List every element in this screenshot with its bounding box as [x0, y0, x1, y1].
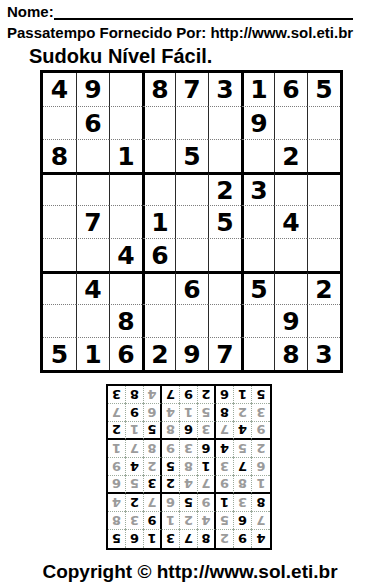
solution-cell-r1c5: 7: [180, 530, 198, 548]
puzzle-cell-r5c3[interactable]: [109, 205, 142, 238]
puzzle-cell-r7c5: 6: [175, 271, 208, 304]
puzzle-cell-r1c6: 3: [208, 73, 241, 106]
puzzle-cell-r5c4: 1: [142, 205, 175, 238]
solution-cell-r1c6: 3: [162, 530, 180, 548]
solution-cell-r7c2: 4: [234, 422, 252, 440]
solution-cell-r5c9: 9: [108, 458, 126, 476]
puzzle-cell-r2c9[interactable]: [307, 106, 340, 139]
puzzle-cell-r8c2[interactable]: [76, 304, 109, 337]
solution-cell-r3c3: 1: [216, 494, 234, 512]
solution-cell-r1c7: 1: [144, 530, 162, 548]
solution-cell-r7c3: 7: [216, 422, 234, 440]
solution-cell-r4c7: 3: [144, 476, 162, 494]
solution-cell-r6c9: 1: [108, 440, 126, 458]
puzzle-cell-r8c3: 8: [109, 304, 142, 337]
solution-cell-r1c9: 5: [108, 530, 126, 548]
provided-by-text: Passatempo Fornecido Por: http://www.sol…: [7, 24, 353, 42]
puzzle-cell-r3c8: 2: [274, 139, 307, 172]
puzzle-cell-r3c3: 1: [109, 139, 142, 172]
puzzle-cell-r6c4: 6: [142, 238, 175, 271]
solution-cell-r9c9: 3: [108, 386, 126, 404]
puzzle-cell-r6c6[interactable]: [208, 238, 241, 271]
puzzle-cell-r9c2: 1: [76, 337, 109, 370]
puzzle-cell-r4c3[interactable]: [109, 172, 142, 205]
solution-cell-r2c8: 3: [126, 512, 144, 530]
solution-cell-r4c6: 2: [162, 476, 180, 494]
solution-cell-r1c1: 4: [252, 530, 270, 548]
solution-cell-r7c7: 5: [144, 422, 162, 440]
puzzle-cell-r1c4: 8: [142, 73, 175, 106]
solution-cell-r1c4: 8: [198, 530, 216, 548]
solution-cell-r1c3: 2: [216, 530, 234, 548]
puzzle-cell-r4c5[interactable]: [175, 172, 208, 205]
puzzle-cell-r9c8: 8: [274, 337, 307, 370]
solution-cell-r4c3: 9: [216, 476, 234, 494]
solution-cell-r3c7: 7: [144, 494, 162, 512]
solution-cell-r6c3: 4: [216, 440, 234, 458]
solution-cell-r5c6: 5: [162, 458, 180, 476]
solution-cell-r2c2: 6: [234, 512, 252, 530]
puzzle-cell-r5c9[interactable]: [307, 205, 340, 238]
puzzle-cell-r2c3[interactable]: [109, 106, 142, 139]
solution-cell-r8c3: 8: [216, 404, 234, 422]
puzzle-cell-r2c1[interactable]: [43, 106, 76, 139]
solution-cell-r4c5: 4: [180, 476, 198, 494]
puzzle-cell-r8c7[interactable]: [241, 304, 274, 337]
solution-cell-r2c3: 5: [216, 512, 234, 530]
puzzle-cell-r2c2: 6: [76, 106, 109, 139]
puzzle-cell-r5c7[interactable]: [241, 205, 274, 238]
puzzle-cell-r7c9: 2: [307, 271, 340, 304]
puzzle-cell-r3c7[interactable]: [241, 139, 274, 172]
solution-cell-r6c2: 5: [234, 440, 252, 458]
puzzle-cell-r7c4[interactable]: [142, 271, 175, 304]
puzzle-cell-r8c1[interactable]: [43, 304, 76, 337]
solution-cell-r5c4: 1: [198, 458, 216, 476]
solution-cell-r5c8: 4: [126, 458, 144, 476]
copyright-text: Copyright © http://www.sol.eti.br: [0, 561, 380, 583]
solution-cell-r3c1: 8: [252, 494, 270, 512]
puzzle-cell-r3c9[interactable]: [307, 139, 340, 172]
puzzle-cell-r6c8[interactable]: [274, 238, 307, 271]
solution-cell-r3c5: 5: [180, 494, 198, 512]
puzzle-cell-r4c4[interactable]: [142, 172, 175, 205]
puzzle-cell-r1c3[interactable]: [109, 73, 142, 106]
solution-cell-r6c6: 9: [162, 440, 180, 458]
solution-cell-r8c4: 5: [198, 404, 216, 422]
puzzle-cell-r3c2[interactable]: [76, 139, 109, 172]
puzzle-cell-r5c5[interactable]: [175, 205, 208, 238]
puzzle-cell-r6c9[interactable]: [307, 238, 340, 271]
puzzle-cell-r6c3: 4: [109, 238, 142, 271]
puzzle-cell-r2c6[interactable]: [208, 106, 241, 139]
solution-cell-r9c2: 1: [234, 386, 252, 404]
solution-cell-r3c8: 2: [126, 494, 144, 512]
name-blank-line[interactable]: [54, 3, 353, 20]
puzzle-cell-r7c8[interactable]: [274, 271, 307, 304]
solution-cell-r8c2: 2: [234, 404, 252, 422]
solution-cell-r5c7: 2: [144, 458, 162, 476]
puzzle-cell-r4c1[interactable]: [43, 172, 76, 205]
puzzle-cell-r5c2: 7: [76, 205, 109, 238]
solution-cell-r4c2: 8: [234, 476, 252, 494]
puzzle-cell-r2c8[interactable]: [274, 106, 307, 139]
puzzle-cell-r3c1: 8: [43, 139, 76, 172]
solution-cell-r6c7: 8: [144, 440, 162, 458]
puzzle-cell-r2c7: 9: [241, 106, 274, 139]
solution-cell-r6c5: 3: [180, 440, 198, 458]
puzzle-cell-r1c5: 7: [175, 73, 208, 106]
puzzle-cell-r7c1[interactable]: [43, 271, 76, 304]
solution-cell-r1c2: 9: [234, 530, 252, 548]
puzzle-cell-r9c7[interactable]: [241, 337, 274, 370]
solution-cell-r5c5: 8: [180, 458, 198, 476]
puzzle-cell-r9c5: 9: [175, 337, 208, 370]
solution-cell-r1c8: 6: [126, 530, 144, 548]
solution-cell-r4c1: 1: [252, 476, 270, 494]
puzzle-cell-r8c4[interactable]: [142, 304, 175, 337]
solution-cell-r4c4: 7: [198, 476, 216, 494]
puzzle-cell-r4c7: 3: [241, 172, 274, 205]
solution-cell-r7c6: 8: [162, 422, 180, 440]
puzzle-cell-r5c6: 5: [208, 205, 241, 238]
solution-cell-r7c1: 9: [252, 422, 270, 440]
puzzle-cell-r8c5[interactable]: [175, 304, 208, 337]
puzzle-cell-r4c9[interactable]: [307, 172, 340, 205]
worksheet-page: Nome: Passatempo Fornecido Por: http://w…: [0, 0, 380, 585]
solution-cell-r2c1: 7: [252, 512, 270, 530]
puzzle-cell-r6c7[interactable]: [241, 238, 274, 271]
solution-cell-r4c9: 6: [108, 476, 126, 494]
puzzle-cell-r9c9: 3: [307, 337, 340, 370]
solution-cell-r5c3: 3: [216, 458, 234, 476]
puzzle-cell-r9c4: 2: [142, 337, 175, 370]
puzzle-cell-r1c2: 9: [76, 73, 109, 106]
solution-cell-r2c6: 1: [162, 512, 180, 530]
solution-cell-r2c9: 8: [108, 512, 126, 530]
puzzle-cell-r9c1: 5: [43, 337, 76, 370]
puzzle-cell-r6c2[interactable]: [76, 238, 109, 271]
puzzle-cell-r9c3: 6: [109, 337, 142, 370]
puzzle-cell-r8c8: 9: [274, 304, 307, 337]
puzzle-cell-r7c7: 5: [241, 271, 274, 304]
puzzle-cell-r7c6[interactable]: [208, 271, 241, 304]
puzzle-cell-r3c4[interactable]: [142, 139, 175, 172]
solution-cell-r3c9: 4: [108, 494, 126, 512]
solution-cell-r2c7: 9: [144, 512, 162, 530]
puzzle-cell-r6c5[interactable]: [175, 238, 208, 271]
solution-cell-r6c4: 6: [198, 440, 216, 458]
solution-cell-r8c7: 6: [144, 404, 162, 422]
name-row: Nome:: [7, 3, 353, 21]
puzzle-cell-r9c6: 7: [208, 337, 241, 370]
page-header: Nome: Passatempo Fornecido Por: http://w…: [0, 0, 380, 67]
puzzle-cell-r4c8[interactable]: [274, 172, 307, 205]
solution-cell-r3c4: 9: [198, 494, 216, 512]
puzzle-cell-r1c1: 4: [43, 73, 76, 106]
puzzle-cell-r2c4[interactable]: [142, 106, 175, 139]
solution-cell-r6c1: 2: [252, 440, 270, 458]
puzzle-cell-r3c5: 5: [175, 139, 208, 172]
puzzle-cell-r1c8: 6: [274, 73, 307, 106]
solution-cell-r9c4: 2: [198, 386, 216, 404]
puzzle-cell-r6c1[interactable]: [43, 238, 76, 271]
puzzle-cell-r5c1[interactable]: [43, 205, 76, 238]
solution-cell-r2c5: 2: [180, 512, 198, 530]
solution-cell-r8c8: 9: [126, 404, 144, 422]
puzzle-cell-r4c6: 2: [208, 172, 241, 205]
solution-cell-r9c8: 8: [126, 386, 144, 404]
puzzle-cell-r4c2[interactable]: [76, 172, 109, 205]
puzzle-cell-r8c6[interactable]: [208, 304, 241, 337]
puzzle-cell-r3c6[interactable]: [208, 139, 241, 172]
puzzle-cell-r7c2: 4: [76, 271, 109, 304]
solution-cell-r5c1: 6: [252, 458, 270, 476]
puzzle-cell-r8c9[interactable]: [307, 304, 340, 337]
puzzle-cell-r5c8: 4: [274, 205, 307, 238]
solution-cell-r4c8: 5: [126, 476, 144, 494]
sudoku-solution-grid-rotated: 4928731657654219388319567241897423566731…: [106, 384, 272, 550]
solution-cell-r9c7: 4: [144, 386, 162, 404]
solution-cell-r9c5: 9: [180, 386, 198, 404]
solution-cell-r7c9: 2: [108, 422, 126, 440]
solution-cell-r8c6: 4: [162, 404, 180, 422]
solution-cell-r9c1: 5: [252, 386, 270, 404]
puzzle-cell-r2c5[interactable]: [175, 106, 208, 139]
solution-cell-r7c5: 6: [180, 422, 198, 440]
page-title: Sudoku Nível Fácil.: [29, 45, 353, 67]
solution-cell-r5c2: 7: [234, 458, 252, 476]
solution-cell-r3c2: 3: [234, 494, 252, 512]
solution-cell-r7c4: 3: [198, 422, 216, 440]
puzzle-cell-r1c7: 1: [241, 73, 274, 106]
solution-cell-r8c9: 7: [108, 404, 126, 422]
solution-cell-r2c4: 4: [198, 512, 216, 530]
solution-cell-r7c8: 1: [126, 422, 144, 440]
solution-cell-r8c5: 1: [180, 404, 198, 422]
sudoku-puzzle-grid: 498731656981522371544646528951629783: [40, 70, 343, 373]
solution-cell-r3c6: 6: [162, 494, 180, 512]
puzzle-cell-r1c9: 5: [307, 73, 340, 106]
solution-cell-r9c6: 7: [162, 386, 180, 404]
solution-cell-r6c8: 7: [126, 440, 144, 458]
solution-cell-r8c1: 3: [252, 404, 270, 422]
solution-cell-r9c3: 6: [216, 386, 234, 404]
name-label: Nome:: [7, 3, 54, 21]
puzzle-cell-r7c3[interactable]: [109, 271, 142, 304]
